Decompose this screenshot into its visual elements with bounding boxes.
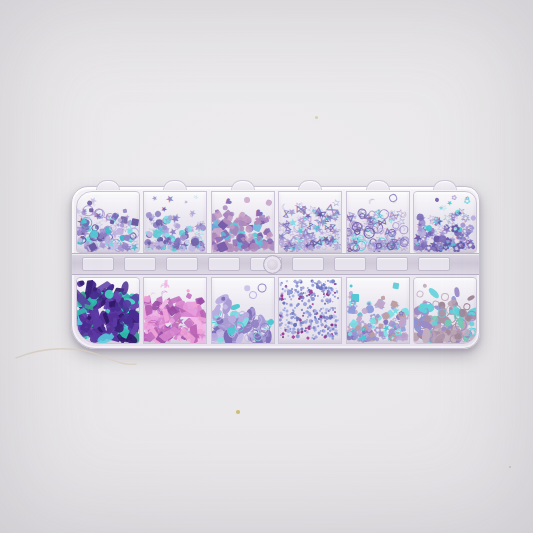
glitter-particle	[431, 316, 443, 331]
glitter-particle	[76, 327, 81, 334]
glitter-particle	[92, 291, 99, 298]
glitter-particle	[422, 245, 426, 249]
glitter-particle	[181, 232, 190, 241]
glitter-particle	[439, 234, 447, 242]
glitter-particle	[211, 329, 219, 338]
glitter-particle	[311, 320, 314, 323]
glitter-particle	[231, 227, 238, 234]
glitter-particle	[305, 312, 308, 315]
glitter-particle: ♥	[240, 238, 254, 251]
glitter-particle: ✿	[366, 329, 378, 343]
glitter-particle	[289, 290, 291, 292]
glitter-particle: ⋈	[371, 240, 383, 252]
glitter-particle: ♥	[252, 207, 265, 220]
glitter-particle: ☆	[446, 211, 455, 220]
glitter-particle	[90, 294, 105, 308]
glitter-particle: ☾	[346, 233, 358, 249]
glitter-particle: ⋈	[278, 236, 285, 244]
glitter-particle	[126, 319, 140, 333]
glitter-particle: ☆	[332, 198, 342, 208]
glitter-particle	[94, 208, 106, 220]
glitter-particle	[166, 233, 177, 244]
glitter-particle	[86, 301, 93, 311]
glitter-particle	[319, 315, 323, 319]
glitter-particle	[350, 220, 364, 234]
glitter-particle	[435, 331, 445, 341]
glitter-particle	[286, 325, 290, 329]
glitter-particle: ☆	[347, 238, 361, 252]
glitter-particle: ⋈	[388, 209, 400, 221]
glitter-particle	[328, 293, 330, 295]
glitter-particle	[394, 330, 403, 339]
glitter-particle	[327, 280, 329, 282]
glitter-particle: ☾	[189, 333, 198, 342]
glitter-particle: ☆	[450, 241, 464, 253]
glitter-particle	[85, 306, 95, 316]
glitter-particle	[378, 324, 383, 329]
glitter-particle	[377, 228, 384, 235]
glitter-particle	[428, 315, 434, 321]
glitter-particle: ☾	[372, 243, 379, 251]
glitter-particle: ☾	[369, 205, 383, 219]
glitter-particle	[230, 330, 236, 336]
glitter-particle	[286, 292, 289, 295]
glitter-particle	[335, 290, 338, 293]
glitter-particle: ⋈	[374, 238, 384, 248]
hinge-slot	[166, 257, 198, 271]
glitter-particle: ✿	[367, 311, 379, 323]
glitter-particle	[127, 292, 140, 308]
glitter-particle: ☾	[174, 323, 189, 337]
glitter-particle	[128, 231, 138, 241]
glitter-particle: ☾	[301, 236, 315, 250]
glitter-particle	[95, 208, 105, 218]
glitter-particle: ☆	[114, 211, 119, 216]
glitter-particle	[441, 325, 447, 331]
glitter-particle	[242, 312, 251, 321]
glitter-particle	[300, 295, 304, 299]
glitter-particle: ★	[346, 327, 358, 339]
glitter-particle	[87, 281, 96, 290]
glitter-particle: ★	[165, 194, 176, 204]
glitter-particle	[249, 242, 259, 252]
glitter-particle: ☆	[172, 224, 180, 232]
glitter-particle	[311, 280, 314, 283]
glitter-particle	[369, 334, 376, 341]
glitter-particle	[297, 304, 299, 306]
glitter-particle	[435, 197, 440, 202]
glitter-particle: ☆	[321, 238, 329, 245]
glitter-particle	[419, 315, 429, 325]
glitter-particle	[225, 243, 235, 253]
compartment-r2c1	[76, 277, 140, 344]
glitter-particle	[361, 334, 367, 340]
snap-button	[263, 255, 282, 274]
glitter-particle: ★	[151, 322, 172, 343]
glitter-particle	[428, 319, 438, 329]
glitter-particle: ⋈	[328, 236, 336, 244]
glitter-particle: ♥	[235, 239, 245, 248]
glitter-particle	[333, 291, 334, 292]
glitter-particle: ★	[153, 242, 163, 252]
glitter-particle	[421, 322, 428, 329]
glitter-particle	[383, 228, 397, 242]
glitter-particle	[319, 285, 324, 290]
glitter-particle	[286, 303, 288, 305]
lid-reflection	[414, 192, 476, 217]
glitter-particle	[88, 324, 106, 337]
glitter-particle	[284, 327, 287, 330]
glitter-particle: ☾	[332, 244, 340, 251]
glitter-particle	[215, 334, 225, 344]
glitter-particle: ★	[286, 229, 293, 235]
glitter-particle	[168, 241, 179, 252]
glitter-particle	[266, 231, 273, 238]
glitter-particle	[298, 279, 302, 283]
glitter-particle: ✿	[432, 215, 441, 224]
glitter-particle	[451, 296, 457, 306]
glitter-particle	[282, 288, 284, 290]
glitter-particle	[301, 296, 305, 300]
glitter-particle	[232, 226, 242, 236]
glitter-particle	[290, 313, 292, 315]
glitter-particle	[462, 328, 473, 339]
glitter-particle: ☆	[298, 216, 306, 225]
glitter-particle	[318, 287, 320, 289]
glitter-particle	[284, 297, 286, 299]
glitter-particle: ☆	[123, 223, 130, 230]
glitter-particle	[453, 311, 462, 320]
glitter-particle	[290, 330, 295, 335]
glitter-particle	[352, 336, 356, 340]
glitter-particle: ⋈	[302, 242, 313, 253]
glitter-particle: ☾	[155, 302, 172, 319]
glitter-particle	[116, 319, 125, 328]
glitter-particle: ☆	[295, 214, 303, 222]
glitter-particle: ★	[302, 210, 313, 221]
glitter-particle: ✿	[460, 244, 465, 250]
glitter-particle	[388, 327, 398, 337]
glitter-particle	[435, 314, 453, 328]
glitter-particle: ☾	[287, 239, 295, 247]
glitter-particle: ☆	[298, 239, 306, 247]
glitter-particle: ✿	[418, 235, 429, 247]
glitter-particle	[126, 335, 135, 343]
glitter-particle	[278, 318, 282, 322]
glitter-particle: ⋈	[310, 237, 323, 250]
glitter-particle	[294, 307, 296, 309]
glitter-particle	[222, 210, 233, 221]
glitter-particle: ☆	[413, 229, 423, 238]
glitter-particle	[76, 299, 83, 307]
glitter-particle	[215, 244, 221, 250]
glitter-particle: ♥	[215, 228, 232, 245]
glitter-particle	[288, 290, 294, 296]
glitter-particle	[91, 244, 99, 252]
glitter-particle: ★	[169, 326, 185, 341]
glitter-particle	[281, 322, 284, 325]
glitter-particle	[456, 314, 465, 323]
glitter-particle: ☾	[363, 211, 372, 220]
glitter-particle: ⋈	[278, 234, 290, 250]
glitter-particle	[221, 303, 229, 311]
glitter-particle: ☆	[171, 234, 187, 249]
glitter-particle: ★	[77, 224, 92, 239]
glitter-particle: ☾	[346, 225, 356, 240]
glitter-particle	[125, 233, 136, 244]
glitter-box: ☆☆☆★★☆☆☆☆★☆☆★★★☆☆☆☆★★☆☆☆★☆☆★☆☆★☆★★★★★☆☆☆…	[71, 186, 480, 349]
glitter-particle: ★	[152, 320, 172, 339]
glitter-particle: ♥	[211, 239, 220, 249]
glitter-particle	[293, 280, 296, 283]
glitter-particle: ♥	[212, 215, 225, 228]
glitter-particle	[143, 295, 153, 317]
glitter-particle	[105, 308, 111, 314]
glitter-particle	[318, 333, 320, 335]
glitter-particle: ♥	[245, 221, 258, 234]
glitter-particle	[93, 287, 104, 299]
glitter-particle: ☾	[355, 206, 368, 219]
glitter-particle: ☾	[378, 237, 390, 250]
glitter-particle: ☆	[117, 217, 126, 226]
glitter-particle	[295, 323, 297, 325]
glitter-particle	[330, 334, 332, 336]
glitter-particle	[320, 329, 324, 333]
glitter-particle	[211, 320, 218, 329]
glitter-particle	[118, 325, 129, 336]
glitter-particle	[321, 311, 324, 314]
glitter-particle	[459, 332, 470, 343]
glitter-particle: ★	[422, 230, 432, 241]
glitter-particle	[164, 280, 168, 289]
glitter-particle: ⋈	[352, 237, 362, 247]
glitter-particle	[320, 308, 323, 311]
glitter-particle: ★	[310, 222, 324, 235]
glitter-particle: ☆	[368, 212, 382, 226]
glitter-particle	[286, 288, 288, 290]
glitter-particle	[331, 337, 334, 340]
glitter-particle: ★	[185, 334, 192, 342]
glitter-particle	[309, 295, 312, 298]
glitter-particle	[349, 284, 353, 288]
glitter-particle	[186, 225, 193, 232]
glitter-particle	[453, 228, 462, 237]
glitter-particle: ☾	[291, 231, 305, 244]
glitter-particle	[306, 289, 309, 292]
glitter-particle	[311, 336, 314, 339]
glitter-particle	[281, 332, 285, 336]
glitter-particle: ☾	[279, 237, 286, 244]
glitter-particle: ☆	[393, 200, 398, 205]
glitter-particle: ⋈	[350, 212, 357, 219]
glitter-particle	[78, 321, 85, 328]
compartment-r1c1: ☆☆☆★★☆☆☆☆★☆☆★★★☆☆☆☆★★☆☆☆★☆☆★☆☆★☆★★★★★☆☆☆…	[76, 191, 140, 253]
glitter-particle	[248, 307, 255, 321]
glitter-particle: ★	[169, 235, 179, 246]
glitter-particle	[268, 319, 274, 325]
glitter-particle	[306, 315, 309, 318]
glitter-particle	[305, 326, 308, 329]
glitter-particle	[314, 335, 318, 339]
glitter-particle: ⋈	[363, 225, 373, 235]
glitter-particle	[168, 296, 182, 304]
glitter-particle	[301, 320, 306, 325]
glitter-particle	[353, 336, 357, 340]
glitter-particle	[95, 320, 105, 333]
glitter-particle: ☾	[291, 236, 303, 247]
glitter-particle: ⋈	[291, 242, 302, 253]
glitter-particle: ★	[330, 214, 340, 223]
glitter-particle	[413, 311, 419, 318]
glitter-particle: ★	[148, 212, 158, 222]
glitter-particle	[129, 221, 137, 229]
glitter-particle: ⋈	[281, 209, 291, 219]
glitter-particle	[215, 209, 220, 214]
glitter-particle	[321, 313, 325, 317]
glitter-particle	[434, 321, 442, 329]
glitter-particle: ★	[123, 243, 134, 253]
glitter-particle: ☆	[78, 207, 89, 217]
glitter-particle	[198, 244, 206, 252]
glitter-particle: ★	[178, 240, 192, 253]
glitter-particle	[365, 301, 372, 308]
glitter-particle	[306, 336, 310, 340]
glitter-particle	[92, 287, 98, 293]
glitter-particle: ☆	[350, 238, 360, 248]
glitter-particle	[294, 288, 297, 291]
glitter-particle	[167, 243, 173, 249]
glitter-particle	[332, 301, 334, 303]
glitter-particle	[390, 305, 396, 311]
glitter-particle	[418, 219, 426, 227]
glitter-particle	[220, 297, 230, 304]
glitter-particle: ☾	[154, 303, 175, 323]
glitter-particle: ⋈	[376, 217, 387, 228]
glitter-particle: ☆	[188, 213, 193, 218]
glitter-particle	[112, 331, 117, 336]
glitter-particle	[84, 279, 93, 294]
glitter-particle	[446, 305, 456, 315]
glitter-particle: ✿	[427, 230, 435, 237]
glitter-particle: ✿	[386, 333, 399, 344]
glitter-particle	[324, 311, 327, 314]
glitter-particle: ⋈	[362, 210, 377, 225]
glitter-particle	[105, 212, 115, 222]
glitter-particle: ☆	[333, 234, 341, 241]
dust-speck	[315, 116, 318, 119]
glitter-particle: ☾	[171, 331, 184, 344]
glitter-particle: ☆	[347, 234, 363, 250]
glitter-particle	[324, 316, 329, 321]
glitter-particle: ⋈	[349, 226, 361, 238]
glitter-particle	[99, 334, 107, 342]
glitter-particle	[194, 240, 205, 251]
glitter-particle	[364, 334, 369, 339]
glitter-particle	[357, 238, 368, 249]
glitter-particle	[369, 332, 375, 338]
glitter-particle	[288, 289, 291, 292]
glitter-particle: ⋈	[280, 221, 293, 234]
glitter-particle	[457, 317, 465, 329]
glitter-particle	[400, 332, 409, 341]
glitter-particle	[429, 227, 437, 235]
glitter-particle	[144, 296, 150, 302]
glitter-particle	[78, 236, 87, 245]
glitter-particle: ♥	[223, 229, 237, 243]
glitter-particle	[313, 326, 316, 329]
glitter-particle: ✿	[380, 334, 388, 341]
glitter-particle: ★	[175, 325, 187, 338]
lid-reflection	[212, 278, 274, 305]
glitter-particle: ✿	[448, 224, 461, 237]
glitter-particle	[401, 332, 408, 339]
glitter-particle: ☆	[376, 238, 390, 252]
glitter-particle	[367, 302, 371, 306]
glitter-particle	[214, 221, 222, 229]
glitter-particle	[453, 317, 468, 332]
glitter-particle	[420, 322, 427, 329]
glitter-particle: ☆	[318, 207, 324, 214]
glitter-particle	[104, 226, 112, 234]
glitter-particle: ☾	[400, 224, 406, 231]
glitter-particle	[263, 217, 270, 224]
glitter-particle	[117, 330, 126, 339]
glitter-particle	[451, 327, 466, 342]
glitter-particle	[326, 331, 329, 334]
glitter-particle	[416, 243, 425, 252]
glitter-particle: ☆	[459, 211, 474, 227]
glitter-particle	[347, 220, 358, 231]
glitter-particle: ☾	[360, 225, 375, 241]
glitter-particle	[258, 214, 265, 221]
glitter-particle	[192, 240, 200, 248]
glitter-particle	[279, 311, 283, 315]
glitter-particle	[157, 240, 163, 246]
glitter-particle	[287, 291, 289, 293]
photo-background: Clear hinged 12-compartment plastic orga…	[0, 0, 533, 533]
glitter-particle	[227, 314, 238, 325]
glitter-particle: ⋈	[290, 242, 298, 250]
glitter-particle: ★	[182, 327, 202, 344]
glitter-particle: ☾	[363, 242, 373, 252]
glitter-particle: ✿	[454, 238, 468, 253]
glitter-particle	[425, 303, 436, 314]
glitter-particle	[119, 311, 135, 324]
glitter-particle	[399, 319, 407, 327]
glitter-particle	[240, 323, 251, 334]
glitter-particle: ♥	[247, 232, 260, 244]
glitter-particle	[76, 237, 83, 244]
glitter-particle: ☆	[182, 238, 191, 247]
glitter-particle: ★	[193, 240, 207, 253]
glitter-particle	[264, 330, 271, 344]
glitter-particle	[355, 316, 362, 323]
glitter-particle	[159, 327, 181, 342]
glitter-particle: ☆	[290, 242, 299, 251]
glitter-particle	[420, 300, 435, 315]
glitter-particle	[229, 310, 238, 319]
glitter-particle	[328, 316, 331, 319]
glitter-particle: ★	[288, 244, 296, 252]
glitter-particle	[334, 295, 337, 298]
glitter-particle	[325, 292, 330, 297]
glitter-particle	[335, 287, 337, 289]
glitter-particle: ☾	[176, 325, 187, 337]
glitter-particle: ♥	[214, 241, 226, 253]
glitter-particle	[297, 329, 300, 332]
glitter-particle	[279, 313, 282, 316]
glitter-particle	[263, 320, 272, 327]
